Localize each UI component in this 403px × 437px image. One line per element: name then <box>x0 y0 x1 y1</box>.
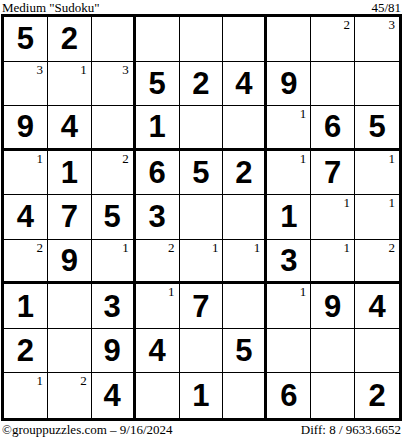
cell-r9c3[interactable]: 4 <box>92 373 136 418</box>
given-digit: 4 <box>148 335 165 366</box>
pencil-mark: 1 <box>300 284 307 299</box>
cell-r7c2[interactable] <box>48 284 92 329</box>
given-digit: 1 <box>17 291 34 322</box>
given-digit: 7 <box>61 201 78 232</box>
given-digit: 6 <box>148 157 165 188</box>
cell-r9c8[interactable] <box>311 373 355 418</box>
page-header: Medium "Sudoku" 45/81 <box>0 0 403 14</box>
given-digit: 7 <box>324 157 341 188</box>
cell-r3c6[interactable] <box>223 106 267 151</box>
given-digit: 1 <box>61 157 78 188</box>
given-digit: 2 <box>192 68 209 99</box>
given-digit: 5 <box>17 23 34 54</box>
sudoku-board: 5223313524994116511265217147531112912113… <box>1 14 402 421</box>
pencil-mark: 3 <box>122 62 129 77</box>
pencil-mark: 1 <box>344 240 351 255</box>
cell-r5c5[interactable] <box>180 195 224 240</box>
cell-r2c9[interactable] <box>355 62 399 107</box>
cell-r1c2[interactable]: 2 <box>48 17 92 62</box>
cell-r5c8[interactable]: 1 <box>311 195 355 240</box>
given-digit: 4 <box>235 68 252 99</box>
cell-r2c6[interactable]: 4 <box>223 62 267 107</box>
given-digit: 9 <box>280 68 297 99</box>
puzzle-title: Medium "Sudoku" <box>2 1 100 14</box>
cell-r1c5[interactable] <box>180 17 224 62</box>
cell-r4c6[interactable]: 2 <box>223 151 267 196</box>
cell-r8c9[interactable] <box>355 329 399 374</box>
copyright-text: ©grouppuzzles.com – 9/16/2024 <box>2 422 173 437</box>
cell-r8c2[interactable] <box>48 329 92 374</box>
cell-r7c3[interactable]: 3 <box>92 284 136 329</box>
cell-r8c3[interactable]: 9 <box>92 329 136 374</box>
cell-r9c5[interactable]: 1 <box>180 373 224 418</box>
cell-r1c3[interactable] <box>92 17 136 62</box>
pencil-mark: 1 <box>122 240 129 255</box>
pencil-mark: 1 <box>212 240 219 255</box>
pencil-mark: 1 <box>36 373 43 388</box>
cell-r5c9[interactable]: 1 <box>355 195 399 240</box>
cell-r8c8[interactable] <box>311 329 355 374</box>
cell-r6c8[interactable]: 1 <box>311 240 355 285</box>
given-digit: 2 <box>235 157 252 188</box>
cell-r9c1[interactable]: 1 <box>4 373 48 418</box>
cell-r1c7[interactable] <box>267 17 311 62</box>
given-digit: 6 <box>324 111 341 142</box>
pencil-mark: 1 <box>344 195 351 210</box>
given-digit: 9 <box>104 335 121 366</box>
given-digit: 5 <box>148 68 165 99</box>
pencil-mark: 3 <box>389 17 396 32</box>
pencil-mark: 1 <box>300 151 307 166</box>
cell-r6c9[interactable]: 2 <box>355 240 399 285</box>
cell-r8c6[interactable]: 5 <box>223 329 267 374</box>
cell-r8c1[interactable]: 2 <box>4 329 48 374</box>
pencil-mark: 1 <box>389 151 396 166</box>
given-digit: 5 <box>235 335 252 366</box>
cell-r1c4[interactable] <box>136 17 180 62</box>
given-digit: 2 <box>17 335 34 366</box>
given-digit: 5 <box>192 157 209 188</box>
pencil-mark: 2 <box>80 373 87 388</box>
cell-r6c5[interactable]: 1 <box>180 240 224 285</box>
cell-r5c2[interactable]: 7 <box>48 195 92 240</box>
cell-r2c5[interactable]: 2 <box>180 62 224 107</box>
given-digit: 3 <box>148 201 165 232</box>
cell-r7c8[interactable]: 9 <box>311 284 355 329</box>
difficulty-text: Diff: 8 / 9633.6652 <box>301 422 401 437</box>
page-footer: ©grouppuzzles.com – 9/16/2024 Diff: 8 / … <box>0 421 403 437</box>
cell-r9c7[interactable]: 6 <box>267 373 311 418</box>
cell-r4c1[interactable]: 1 <box>4 151 48 196</box>
pencil-mark: 1 <box>300 106 307 121</box>
cell-r1c9[interactable]: 3 <box>355 17 399 62</box>
pencil-mark: 1 <box>80 62 87 77</box>
cell-r1c1[interactable]: 5 <box>4 17 48 62</box>
cell-r2c2[interactable]: 1 <box>48 62 92 107</box>
cell-r4c3[interactable]: 2 <box>92 151 136 196</box>
cell-r7c7[interactable]: 1 <box>267 284 311 329</box>
cell-r1c6[interactable] <box>223 17 267 62</box>
cell-r4c9[interactable]: 1 <box>355 151 399 196</box>
cell-r7c9[interactable]: 4 <box>355 284 399 329</box>
cell-r5c4[interactable]: 3 <box>136 195 180 240</box>
cell-r5c7[interactable]: 1 <box>267 195 311 240</box>
given-digit: 1 <box>192 380 209 411</box>
given-digit: 4 <box>17 201 34 232</box>
pencil-mark: 2 <box>344 17 351 32</box>
given-digit: 5 <box>104 201 121 232</box>
cell-r2c8[interactable] <box>311 62 355 107</box>
pencil-mark: 2 <box>36 240 43 255</box>
pencil-mark: 2 <box>168 240 175 255</box>
cell-r6c6[interactable]: 1 <box>223 240 267 285</box>
given-digit: 4 <box>61 111 78 142</box>
cell-r3c9[interactable]: 5 <box>355 106 399 151</box>
pencil-mark: 1 <box>168 284 175 299</box>
cell-r3c7[interactable]: 1 <box>267 106 311 151</box>
given-digit: 3 <box>104 291 121 322</box>
pencil-mark: 2 <box>389 240 396 255</box>
cell-r3c1[interactable]: 9 <box>4 106 48 151</box>
cell-r6c1[interactable]: 2 <box>4 240 48 285</box>
cell-r7c1[interactable]: 1 <box>4 284 48 329</box>
cell-r2c3[interactable]: 3 <box>92 62 136 107</box>
given-digit: 9 <box>61 245 78 276</box>
given-digit: 5 <box>368 111 385 142</box>
cell-r7c6[interactable] <box>223 284 267 329</box>
cell-r3c3[interactable] <box>92 106 136 151</box>
cell-r6c7[interactable]: 3 <box>267 240 311 285</box>
cell-r3c8[interactable]: 6 <box>311 106 355 151</box>
cell-r5c1[interactable]: 4 <box>4 195 48 240</box>
cell-r9c4[interactable] <box>136 373 180 418</box>
pencil-mark: 2 <box>122 151 129 166</box>
cell-r4c7[interactable]: 1 <box>267 151 311 196</box>
pencil-mark: 1 <box>389 195 396 210</box>
cell-r2c4[interactable]: 5 <box>136 62 180 107</box>
cell-r3c4[interactable]: 1 <box>136 106 180 151</box>
cell-r6c4[interactable]: 2 <box>136 240 180 285</box>
cell-r9c9[interactable]: 2 <box>355 373 399 418</box>
cell-r8c4[interactable]: 4 <box>136 329 180 374</box>
cell-r5c3[interactable]: 5 <box>92 195 136 240</box>
given-digit: 4 <box>104 380 121 411</box>
cell-r4c2[interactable]: 1 <box>48 151 92 196</box>
cell-r7c5[interactable]: 7 <box>180 284 224 329</box>
given-digit: 9 <box>324 291 341 322</box>
cell-r4c5[interactable]: 5 <box>180 151 224 196</box>
given-digit: 4 <box>368 291 385 322</box>
cell-r8c7[interactable] <box>267 329 311 374</box>
progress-counter: 45/81 <box>371 1 401 14</box>
given-digit: 9 <box>17 111 34 142</box>
cell-r5c6[interactable] <box>223 195 267 240</box>
given-digit: 6 <box>280 380 297 411</box>
cell-r3c5[interactable] <box>180 106 224 151</box>
cell-r3c2[interactable]: 4 <box>48 106 92 151</box>
cell-r7c4[interactable]: 1 <box>136 284 180 329</box>
cell-r9c2[interactable]: 2 <box>48 373 92 418</box>
cell-r9c6[interactable] <box>223 373 267 418</box>
pencil-mark: 3 <box>36 62 43 77</box>
pencil-mark: 1 <box>36 151 43 166</box>
pencil-mark: 1 <box>254 240 261 255</box>
given-digit: 1 <box>280 201 297 232</box>
cell-r2c7[interactable]: 9 <box>267 62 311 107</box>
cell-r4c8[interactable]: 7 <box>311 151 355 196</box>
cell-r6c3[interactable]: 1 <box>92 240 136 285</box>
given-digit: 2 <box>61 23 78 54</box>
given-digit: 7 <box>192 291 209 322</box>
given-digit: 2 <box>368 380 385 411</box>
cell-r1c8[interactable]: 2 <box>311 17 355 62</box>
given-digit: 1 <box>148 111 165 142</box>
cell-r4c4[interactable]: 6 <box>136 151 180 196</box>
cell-r6c2[interactable]: 9 <box>48 240 92 285</box>
given-digit: 3 <box>280 245 297 276</box>
cell-r2c1[interactable]: 3 <box>4 62 48 107</box>
cell-r8c5[interactable] <box>180 329 224 374</box>
